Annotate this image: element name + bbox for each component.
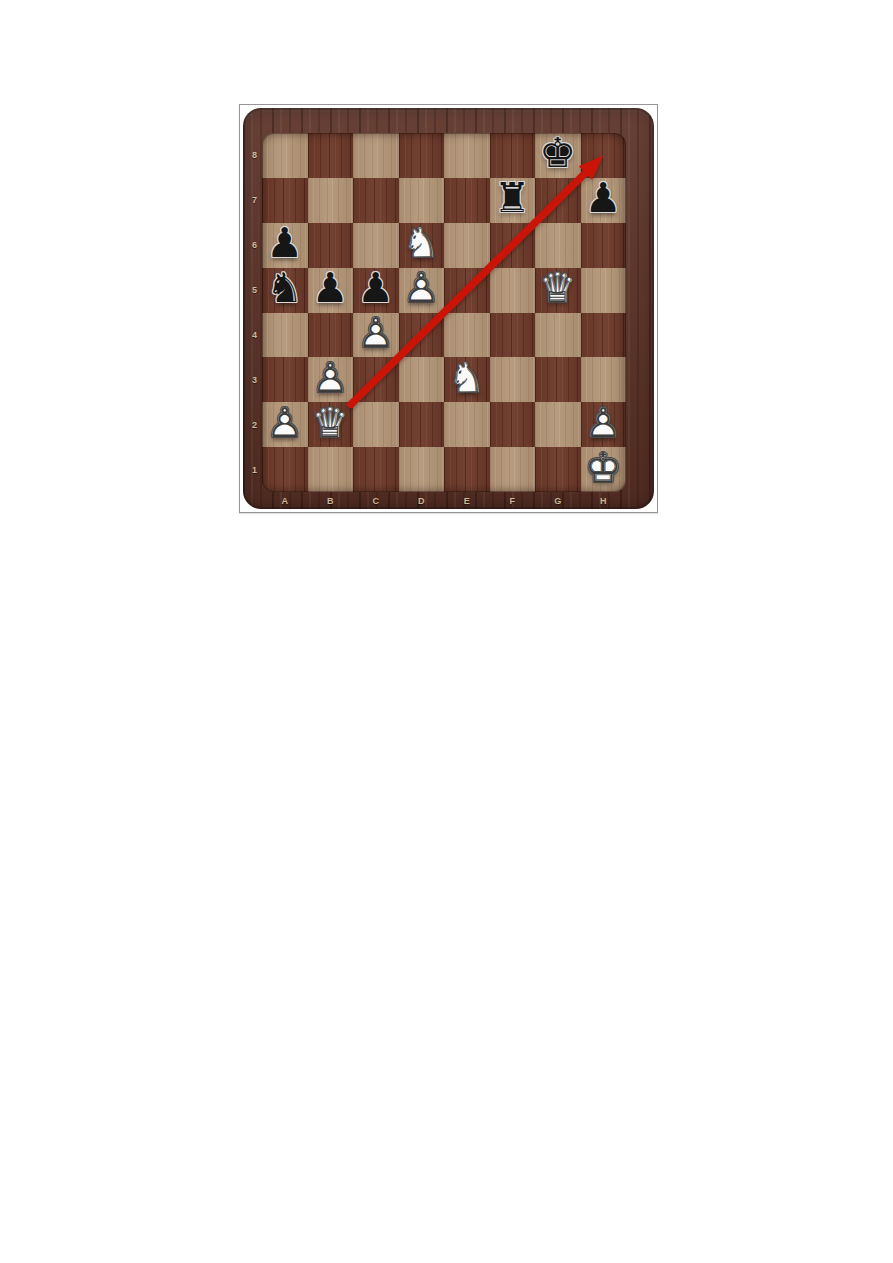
square-a2[interactable]: ♟♙ [262,402,308,447]
square-e3[interactable]: ♞♘ [444,357,490,402]
rank-label-4: 4 [243,313,262,358]
square-b3[interactable]: ♟♙ [308,357,354,402]
square-b5[interactable]: ♟ [308,268,354,313]
square-f5[interactable] [490,268,536,313]
white-pawn-detail-icon: ♙ [266,403,303,444]
square-d1[interactable] [399,447,445,492]
square-h7[interactable]: ♟ [581,178,627,223]
square-a6[interactable]: ♟ [262,223,308,268]
rank-label-7: 7 [243,178,262,223]
square-c7[interactable] [353,178,399,223]
rank-label-6: 6 [243,223,262,268]
piece-white-pawn-c4[interactable]: ♟♙ [353,313,399,358]
piece-white-queen-b2[interactable]: ♛♕ [308,402,354,447]
square-b8[interactable] [308,133,354,178]
file-label-d: D [399,492,445,509]
white-queen-detail-icon: ♕ [312,403,349,444]
square-e7[interactable] [444,178,490,223]
file-label-b: B [308,492,354,509]
black-rook-icon: ♜ [494,179,531,220]
square-a8[interactable] [262,133,308,178]
square-f4[interactable] [490,313,536,358]
rank-labels: 87654321 [243,133,262,492]
square-d6[interactable]: ♞♘ [399,223,445,268]
square-h3[interactable] [581,357,627,402]
square-d2[interactable] [399,402,445,447]
white-knight-detail-icon: ♘ [448,358,485,399]
file-label-f: F [490,492,536,509]
piece-white-knight-d6[interactable]: ♞♘ [399,223,445,268]
file-label-a: A [262,492,308,509]
piece-white-knight-e3[interactable]: ♞♘ [444,357,490,402]
rank-label-1: 1 [243,447,262,492]
square-e8[interactable] [444,133,490,178]
square-d4[interactable] [399,313,445,358]
square-g5[interactable]: ♛♕ [535,268,581,313]
white-queen-detail-icon: ♕ [539,268,576,309]
piece-black-pawn-h7[interactable]: ♟ [581,178,627,223]
piece-white-queen-g5[interactable]: ♛♕ [535,268,581,313]
file-label-g: G [535,492,581,509]
piece-black-king-g8[interactable]: ♚ [535,133,581,178]
rank-label-8: 8 [243,133,262,178]
square-a3[interactable] [262,357,308,402]
black-pawn-icon: ♟ [585,179,622,220]
black-pawn-icon: ♟ [266,223,303,264]
square-e4[interactable] [444,313,490,358]
square-h6[interactable] [581,223,627,268]
rank-label-2: 2 [243,402,262,447]
square-g1[interactable] [535,447,581,492]
rank-label-3: 3 [243,357,262,402]
file-label-c: C [353,492,399,509]
square-f3[interactable] [490,357,536,402]
white-pawn-detail-icon: ♙ [357,313,394,354]
board-frame: 87654321 ABCDEFGH ♚♜♟♟♞♘♞♟♟♟♙♛♕♟♙♟♙♞♘♟♙♛… [243,108,654,509]
file-label-h: H [581,492,627,509]
black-king-icon: ♚ [539,134,576,175]
page: 87654321 ABCDEFGH ♚♜♟♟♞♘♞♟♟♟♙♛♕♟♙♟♙♞♘♟♙♛… [0,0,893,1263]
piece-black-pawn-c5[interactable]: ♟ [353,268,399,313]
square-g6[interactable] [535,223,581,268]
square-b7[interactable] [308,178,354,223]
square-b6[interactable] [308,223,354,268]
square-d3[interactable] [399,357,445,402]
square-a7[interactable] [262,178,308,223]
square-b4[interactable] [308,313,354,358]
piece-white-king-h1[interactable]: ♚♔ [581,447,627,492]
square-d8[interactable] [399,133,445,178]
white-knight-detail-icon: ♘ [403,223,440,264]
piece-white-pawn-d5[interactable]: ♟♙ [399,268,445,313]
square-g8[interactable]: ♚ [535,133,581,178]
black-knight-icon: ♞ [266,268,303,309]
piece-white-pawn-h2[interactable]: ♟♙ [581,402,627,447]
square-d5[interactable]: ♟♙ [399,268,445,313]
square-g3[interactable] [535,357,581,402]
white-pawn-detail-icon: ♙ [312,358,349,399]
square-f7[interactable]: ♜ [490,178,536,223]
piece-black-rook-f7[interactable]: ♜ [490,178,536,223]
file-labels: ABCDEFGH [262,492,626,509]
square-h5[interactable] [581,268,627,313]
square-f2[interactable] [490,402,536,447]
square-c1[interactable] [353,447,399,492]
square-f1[interactable] [490,447,536,492]
square-d7[interactable] [399,178,445,223]
piece-black-pawn-b5[interactable]: ♟ [308,268,354,313]
black-pawn-icon: ♟ [312,268,349,309]
piece-white-pawn-b3[interactable]: ♟♙ [308,357,354,402]
square-g4[interactable] [535,313,581,358]
square-e1[interactable] [444,447,490,492]
rank-label-5: 5 [243,268,262,313]
square-c8[interactable] [353,133,399,178]
square-h1[interactable]: ♚♔ [581,447,627,492]
square-f6[interactable] [490,223,536,268]
square-c2[interactable] [353,402,399,447]
square-e2[interactable] [444,402,490,447]
square-g7[interactable] [535,178,581,223]
square-g2[interactable] [535,402,581,447]
piece-black-knight-a5[interactable]: ♞ [262,268,308,313]
square-b1[interactable] [308,447,354,492]
white-pawn-detail-icon: ♙ [403,268,440,309]
square-f8[interactable] [490,133,536,178]
square-c5[interactable]: ♟ [353,268,399,313]
square-c4[interactable]: ♟♙ [353,313,399,358]
square-e5[interactable] [444,268,490,313]
piece-black-pawn-a6[interactable]: ♟ [262,223,308,268]
playing-area: ♚♜♟♟♞♘♞♟♟♟♙♛♕♟♙♟♙♞♘♟♙♛♕♟♙♚♔ [262,133,626,492]
square-a5[interactable]: ♞ [262,268,308,313]
square-a1[interactable] [262,447,308,492]
square-h2[interactable]: ♟♙ [581,402,627,447]
white-king-detail-icon: ♔ [585,448,622,489]
square-c3[interactable] [353,357,399,402]
square-c6[interactable] [353,223,399,268]
square-e6[interactable] [444,223,490,268]
square-h8[interactable] [581,133,627,178]
piece-white-pawn-a2[interactable]: ♟♙ [262,402,308,447]
white-pawn-detail-icon: ♙ [585,403,622,444]
square-a4[interactable] [262,313,308,358]
chess-board-figure: 87654321 ABCDEFGH ♚♜♟♟♞♘♞♟♟♟♙♛♕♟♙♟♙♞♘♟♙♛… [239,104,658,513]
square-h4[interactable] [581,313,627,358]
file-label-e: E [444,492,490,509]
black-pawn-icon: ♟ [357,268,394,309]
square-b2[interactable]: ♛♕ [308,402,354,447]
